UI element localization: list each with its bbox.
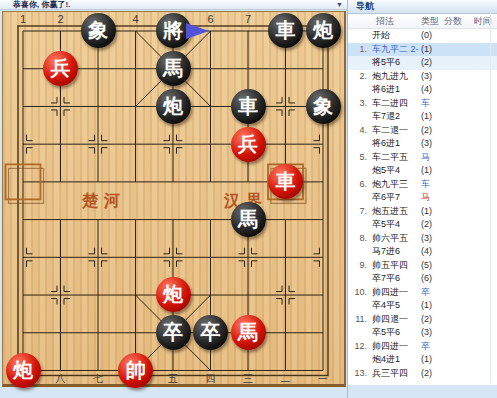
xiangqi-board: 楚河汉界 123456789九八七六五四三二一 象將車炮兵馬炮車象兵車馬炮卒卒馬… [2, 11, 346, 387]
piece-black-車[interactable]: 車 [268, 13, 303, 48]
move-text: 炮五进五 [372, 205, 408, 219]
move-text: 帅五平四 [372, 259, 408, 273]
move-text: 车二进四 [372, 97, 408, 111]
capture-type: 车 [421, 97, 430, 111]
move-row[interactable]: 11.帅四退一(2) [348, 313, 497, 327]
capture-type: (3) [421, 70, 432, 84]
move-number: 13. [350, 367, 367, 381]
capture-type: (1) [421, 205, 432, 219]
move-row[interactable]: 马7进6(4) [348, 245, 497, 259]
move-row[interactable]: 卒5平6(3) [348, 326, 497, 340]
capture-type: (3) [421, 326, 432, 340]
move-text: 车二平五 [372, 151, 408, 165]
nav-title: 导航 [356, 1, 374, 11]
column-header-3: 分数 [444, 14, 462, 28]
move-number: 6. [350, 178, 367, 192]
piece-black-馬[interactable]: 馬 [231, 202, 266, 237]
move-number: 5. [350, 151, 367, 165]
move-list-header: 招法类型分数时间 [348, 14, 497, 29]
move-row[interactable]: 卒6平7马 [348, 191, 497, 205]
move-number: 11. [350, 313, 367, 327]
move-text: 车7退2 [372, 110, 400, 124]
move-text: 帅四进一 [372, 286, 408, 300]
move-text: 卒5平4 [372, 218, 400, 232]
move-number: 12. [350, 340, 367, 354]
capture-type: (1) [421, 43, 432, 57]
piece-black-馬[interactable]: 馬 [156, 51, 191, 86]
collapse-panel-icon[interactable]: ▼ [336, 1, 343, 8]
move-row[interactable]: 12.帅四进一卒 [348, 340, 497, 354]
piece-grid: 象將車炮兵馬炮車象兵車馬炮卒卒馬炮帥 [4, 12, 342, 389]
move-number: 10. [350, 286, 367, 300]
capture-type: (3) [421, 137, 432, 151]
capture-type: (6) [421, 272, 432, 286]
capture-type: (1) [421, 110, 432, 124]
move-row[interactable]: 1.车九平二 2-(1) [348, 43, 497, 57]
move-text: 卒6平7 [372, 191, 400, 205]
move-row[interactable]: 2.炮九进九(3) [348, 70, 497, 84]
move-text: 帅四进一 [372, 340, 408, 354]
capture-type: (2) [421, 218, 432, 232]
move-row[interactable]: 将6进1(3) [348, 137, 497, 151]
move-row[interactable]: 炮4进1(1) [348, 353, 497, 367]
nav-panel-header: 导航 [348, 0, 497, 14]
move-row[interactable]: 将6进1(4) [348, 83, 497, 97]
capture-type: 马 [421, 191, 430, 205]
move-text: 炮4进1 [372, 353, 400, 367]
move-text: 炮5平4 [372, 164, 400, 178]
piece-black-象[interactable]: 象 [81, 13, 116, 48]
move-text: 开始 [372, 29, 390, 43]
move-row[interactable]: 卒5平4(2) [348, 218, 497, 232]
capture-type: 马 [421, 151, 430, 165]
move-row[interactable]: 将5平6(2) [348, 56, 497, 70]
piece-black-炮[interactable]: 炮 [156, 89, 191, 124]
move-row[interactable]: 3.车二进四车 [348, 97, 497, 111]
move-text: 兵三平四 [372, 367, 408, 381]
move-text: 车二退一 [372, 124, 408, 138]
move-text: 帅六平五 [372, 232, 408, 246]
move-number: 8. [350, 232, 367, 246]
move-number: 9. [350, 259, 367, 273]
piece-red-炮[interactable]: 炮 [156, 277, 191, 312]
app-window: 恭喜你, 你赢了!. 楚河汉界 123456789九八七六五四三二一 象將車炮兵… [0, 0, 497, 398]
capture-type: (2) [421, 124, 432, 138]
capture-type: (1) [421, 164, 432, 178]
piece-red-帥[interactable]: 帥 [118, 353, 153, 388]
move-text: 卒4平5 [372, 299, 400, 313]
capture-type: (1) [421, 299, 432, 313]
piece-black-卒[interactable]: 卒 [156, 315, 191, 350]
move-row[interactable]: 4.车二退一(2) [348, 124, 497, 138]
move-row[interactable]: 8.帅六平五(3) [348, 232, 497, 246]
piece-red-兵[interactable]: 兵 [43, 51, 78, 86]
navigation-panel: 导航 招法类型分数时间 开始(0)1.车九平二 2-(1)将5平6(2)2.炮九… [347, 0, 497, 398]
move-row[interactable]: 9.帅五平四(5) [348, 259, 497, 273]
move-row[interactable]: 开始(0) [348, 29, 497, 43]
move-text: 马7进6 [372, 245, 400, 259]
move-number: 3. [350, 97, 367, 111]
column-header-1: 招法 [376, 14, 394, 28]
move-list[interactable]: 开始(0)1.车九平二 2-(1)将5平6(2)2.炮九进九(3)将6进1(4)… [348, 29, 497, 385]
move-row[interactable]: 10.帅四进一卒 [348, 286, 497, 300]
status-message: 恭喜你, 你赢了!. [13, 0, 70, 9]
move-number: 7. [350, 205, 367, 219]
move-row[interactable]: 7.炮五进五(1) [348, 205, 497, 219]
piece-red-炮[interactable]: 炮 [6, 353, 41, 388]
move-number: 1. [350, 43, 367, 57]
move-text: 炮九进九 [372, 70, 408, 84]
move-row[interactable]: 炮5平4(1) [348, 164, 497, 178]
capture-type: (0) [421, 29, 432, 43]
move-text: 卒7平6 [372, 272, 400, 286]
move-text: 炮九平三 [372, 178, 408, 192]
move-row[interactable]: 6.炮九平三车 [348, 178, 497, 192]
capture-type: (2) [421, 313, 432, 327]
move-text: 将6进1 [372, 83, 400, 97]
capture-type: (1) [421, 353, 432, 367]
move-number: 2. [350, 70, 367, 84]
capture-type: (3) [421, 232, 432, 246]
capture-type: (4) [421, 245, 432, 259]
move-number: 4. [350, 124, 367, 138]
column-separator [490, 13, 491, 383]
column-header-2: 类型 [421, 14, 439, 28]
piece-black-車[interactable]: 車 [231, 89, 266, 124]
move-text: 卒5平6 [372, 326, 400, 340]
status-message-bar: 恭喜你, 你赢了!. [0, 0, 347, 10]
move-row[interactable]: 13.兵三平四(2) [348, 367, 497, 381]
capture-type: 车 [421, 178, 430, 192]
capture-type: (2) [421, 367, 432, 381]
move-row[interactable]: 卒7平6(6) [348, 272, 497, 286]
move-text: 将6进1 [372, 137, 400, 151]
capture-type: 卒 [421, 340, 430, 354]
move-text: 车九平二 2- [372, 43, 419, 57]
move-arrow-icon [186, 23, 209, 39]
piece-black-象[interactable]: 象 [306, 89, 341, 124]
piece-black-炮[interactable]: 炮 [306, 13, 341, 48]
capture-type: (5) [421, 259, 432, 273]
capture-type: (4) [421, 83, 432, 97]
move-row[interactable]: 车7退2(1) [348, 110, 497, 124]
move-text: 将5平6 [372, 56, 400, 70]
piece-red-馬[interactable]: 馬 [231, 315, 266, 350]
capture-type: (2) [421, 56, 432, 70]
move-text: 帅四退一 [372, 313, 408, 327]
piece-red-兵[interactable]: 兵 [231, 127, 266, 162]
piece-black-卒[interactable]: 卒 [193, 315, 228, 350]
piece-red-車[interactable]: 車 [268, 164, 303, 199]
capture-type: 卒 [421, 286, 430, 300]
move-row[interactable]: 5.车二平五马 [348, 151, 497, 165]
move-row[interactable]: 卒4平5(1) [348, 299, 497, 313]
